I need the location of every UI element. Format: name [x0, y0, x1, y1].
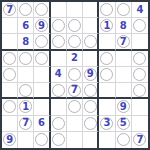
odd-circle [3, 100, 16, 113]
given-digit: 7 [22, 118, 29, 128]
given-digit: 9 [6, 134, 13, 144]
cell-r3c6[interactable] [83, 34, 99, 50]
cell-r6c3[interactable] [34, 83, 50, 99]
cell-r4c2[interactable] [18, 51, 34, 67]
cell-r8c3[interactable]: 6 [34, 116, 50, 132]
odd-circle: 9 [3, 133, 16, 146]
odd-circle: 7 [19, 117, 32, 130]
odd-circle [35, 3, 48, 16]
odd-circle [52, 117, 65, 130]
cell-r6c9[interactable] [132, 83, 148, 99]
odd-circle: 9 [35, 19, 48, 32]
cell-r7c6[interactable] [83, 99, 99, 115]
cell-r4c7[interactable] [99, 51, 115, 67]
cell-r6c2[interactable] [18, 83, 34, 99]
odd-circle [100, 52, 113, 65]
given-digit: 9 [120, 101, 127, 111]
cell-r2c2[interactable]: 6 [18, 18, 34, 34]
cell-r5c7[interactable] [99, 67, 115, 83]
cell-r2c9[interactable] [132, 18, 148, 34]
odd-circle: 7 [68, 84, 81, 97]
odd-circle [35, 35, 48, 48]
cell-r1c2[interactable] [18, 2, 34, 18]
odd-circle [3, 68, 16, 81]
odd-circle [52, 84, 65, 97]
given-digit: 7 [71, 85, 78, 95]
odd-circle: 3 [100, 117, 113, 130]
odd-circle: 1 [19, 100, 32, 113]
given-digit: 6 [22, 20, 29, 30]
cell-r4c9[interactable] [132, 51, 148, 67]
cell-r4c3[interactable] [34, 51, 50, 67]
odd-circle [3, 52, 16, 65]
cell-r3c2[interactable]: 8 [18, 34, 34, 50]
cell-r4c6[interactable] [83, 51, 99, 67]
given-digit: 4 [55, 69, 62, 79]
odd-circle [68, 19, 81, 32]
cell-r1c6[interactable] [83, 2, 99, 18]
cell-r9c8[interactable] [116, 132, 132, 148]
cell-r3c5[interactable] [67, 34, 83, 50]
cell-r4c5[interactable]: 2 [67, 51, 83, 67]
cell-r9c5[interactable] [67, 132, 83, 148]
cell-r9c4[interactable] [51, 132, 67, 148]
cell-r8c6[interactable] [83, 116, 99, 132]
odd-circle [117, 3, 130, 16]
cell-r7c9[interactable] [132, 99, 148, 115]
odd-circle [100, 3, 113, 16]
odd-circle [68, 100, 81, 113]
cell-r5c6[interactable]: 9 [83, 67, 99, 83]
odd-circle [68, 35, 81, 48]
odd-circle [133, 68, 146, 81]
odd-circle [133, 84, 146, 97]
cell-r8c5[interactable] [67, 116, 83, 132]
cell-r1c9[interactable]: 4 [132, 2, 148, 18]
odd-circle: 7 [133, 133, 146, 146]
cell-r7c1[interactable] [2, 99, 18, 115]
cell-r5c3[interactable] [34, 67, 50, 83]
cell-r4c4[interactable] [51, 51, 67, 67]
given-digit: 2 [71, 53, 78, 63]
cell-r6c7[interactable] [99, 83, 115, 99]
odd-circle: 7 [117, 35, 130, 48]
odd-circle [133, 19, 146, 32]
given-digit: 8 [120, 20, 127, 30]
cell-r3c4[interactable] [51, 34, 67, 50]
odd-circle: 9 [84, 68, 97, 81]
odd-circle [84, 117, 97, 130]
cell-r1c5[interactable] [67, 2, 83, 18]
cell-r5c2[interactable] [18, 67, 34, 83]
odd-circle: 7 [3, 3, 16, 16]
cell-r5c8[interactable] [116, 67, 132, 83]
given-digit: 7 [136, 134, 143, 144]
odd-circle: 9 [117, 100, 130, 113]
cell-r3c7[interactable] [99, 34, 115, 50]
given-digit: 8 [22, 36, 29, 46]
odd-circle [117, 133, 130, 146]
cell-r9c2[interactable] [18, 132, 34, 148]
cell-r4c8[interactable] [116, 51, 132, 67]
cell-r9c7[interactable] [99, 132, 115, 148]
cell-r2c1[interactable] [2, 18, 18, 34]
cell-r2c5[interactable] [67, 18, 83, 34]
odd-circle [19, 3, 32, 16]
cell-r8c2[interactable]: 7 [18, 116, 34, 132]
cell-r8c7[interactable]: 3 [99, 116, 115, 132]
odd-circle [19, 52, 32, 65]
cell-r3c8[interactable]: 7 [116, 34, 132, 50]
cell-r1c8[interactable] [116, 2, 132, 18]
given-digit: 7 [6, 4, 13, 14]
cell-r3c9[interactable] [132, 34, 148, 50]
cell-r4c1[interactable] [2, 51, 18, 67]
odd-circle [19, 84, 32, 97]
cell-r8c1[interactable] [2, 116, 18, 132]
cell-r7c5[interactable] [67, 99, 83, 115]
cell-r9c9[interactable]: 7 [132, 132, 148, 148]
given-digit: 9 [87, 69, 94, 79]
cell-r5c4[interactable]: 4 [51, 67, 67, 83]
cell-r7c7[interactable] [99, 99, 115, 115]
odd-circle [52, 35, 65, 48]
cell-r9c1[interactable]: 9 [2, 132, 18, 148]
cell-r1c7[interactable] [99, 2, 115, 18]
cell-r5c5[interactable] [67, 67, 83, 83]
cell-r6c4[interactable] [51, 83, 67, 99]
odd-circle [52, 133, 65, 146]
odd-circle: 5 [117, 117, 130, 130]
cell-r7c4[interactable] [51, 99, 67, 115]
odd-circle [84, 100, 97, 113]
cell-r5c9[interactable] [132, 67, 148, 83]
odd-circle [84, 35, 97, 48]
cell-r1c4[interactable] [51, 2, 67, 18]
cell-r2c6[interactable] [83, 18, 99, 34]
cell-r7c8[interactable]: 9 [116, 99, 132, 115]
cell-r2c7[interactable]: 1 [99, 18, 115, 34]
odd-circle [84, 84, 97, 97]
cell-r2c8[interactable]: 8 [116, 18, 132, 34]
cell-r6c5[interactable]: 7 [67, 83, 83, 99]
cell-r2c3[interactable]: 9 [34, 18, 50, 34]
given-digit: 5 [120, 118, 127, 128]
cell-r6c8[interactable] [116, 83, 132, 99]
sudoku-board: 74691887249719763597 [0, 0, 150, 150]
odd-circle [68, 68, 81, 81]
cell-r5c1[interactable] [2, 67, 18, 83]
given-digit: 1 [103, 20, 110, 30]
cell-r7c3[interactable] [34, 99, 50, 115]
odd-circle [35, 52, 48, 65]
given-digit: 6 [38, 118, 45, 128]
cell-r2c4[interactable] [51, 18, 67, 34]
odd-circle [133, 52, 146, 65]
given-digit: 3 [103, 118, 110, 128]
given-digit: 7 [120, 36, 127, 46]
given-digit: 4 [136, 4, 143, 14]
cell-r9c3[interactable] [34, 132, 50, 148]
odd-circle [100, 68, 113, 81]
odd-circle [52, 19, 65, 32]
cell-r7c2[interactable]: 1 [18, 99, 34, 115]
odd-circle: 1 [100, 19, 113, 32]
given-digit: 1 [22, 101, 29, 111]
cell-r6c1[interactable] [2, 83, 18, 99]
cell-r1c3[interactable] [34, 2, 50, 18]
odd-circle [35, 133, 48, 146]
given-digit: 9 [38, 20, 45, 30]
cell-r8c9[interactable] [132, 116, 148, 132]
cell-r9c6[interactable] [83, 132, 99, 148]
cell-r8c4[interactable] [51, 116, 67, 132]
cell-r3c3[interactable] [34, 34, 50, 50]
cell-r1c1[interactable]: 7 [2, 2, 18, 18]
cell-r3c1[interactable] [2, 34, 18, 50]
cell-r8c8[interactable]: 5 [116, 116, 132, 132]
cell-r6c6[interactable] [83, 83, 99, 99]
